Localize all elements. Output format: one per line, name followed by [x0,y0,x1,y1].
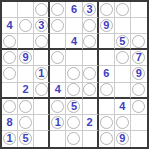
odd-cell-circle [83,35,96,48]
cell-r5c9[interactable]: 9 [131,66,147,82]
cell-r6c9[interactable] [131,83,147,99]
cell-r8c5[interactable] [66,115,82,131]
cell-r9c7[interactable] [99,131,115,147]
cell-r6c3[interactable] [34,83,50,99]
given-digit: 3 [38,20,44,31]
odd-cell-circle [51,3,64,16]
odd-cell-circle: 1 [51,116,64,129]
cell-r7c4[interactable] [50,99,66,115]
cell-r9c1[interactable]: 1 [2,131,18,147]
cell-r1c1[interactable] [2,2,18,18]
odd-cell-circle [35,35,48,48]
cell-r2c2[interactable] [18,18,34,34]
odd-cell-circle: 9 [100,19,113,32]
odd-cell-circle [67,132,80,145]
cell-r6c2[interactable]: 2 [18,83,34,99]
odd-cell-circle: 5 [19,132,32,145]
odd-cell-circle [100,3,113,16]
cell-r4c2[interactable]: 9 [18,50,34,66]
odd-cell-circle [35,83,48,96]
odd-cell-circle [100,132,113,145]
cell-r7c7[interactable] [99,99,115,115]
given-digit: 4 [119,101,125,112]
cell-r1c3[interactable] [34,2,50,18]
cell-r6c6[interactable] [83,83,99,99]
given-digit: 3 [87,4,93,15]
given-digit: 2 [23,84,29,95]
cell-r9c4[interactable] [50,131,66,147]
odd-cell-circle: 3 [83,3,96,16]
odd-cell-circle [83,19,96,32]
cell-r3c3[interactable] [34,34,50,50]
given-digit: 5 [71,101,77,112]
cell-r4c7[interactable] [99,50,115,66]
cell-r2c9[interactable] [131,18,147,34]
cell-r7c9[interactable] [131,99,147,115]
cell-r3c5[interactable]: 4 [66,34,82,50]
cell-r3c7[interactable] [99,34,115,50]
cell-r9c9[interactable] [131,131,147,147]
given-digit: 1 [55,117,61,128]
cell-r8c3[interactable] [34,115,50,131]
odd-cell-circle: 1 [35,67,48,80]
odd-cell-circle [116,116,129,129]
given-digit: 1 [38,68,44,79]
cell-r6c8[interactable] [115,83,131,99]
cell-r2c7[interactable]: 9 [99,18,115,34]
given-digit: 6 [103,68,109,79]
odd-cell-circle: 9 [19,51,32,64]
cell-r4c4[interactable] [50,50,66,66]
cell-r4c5[interactable] [66,50,82,66]
cell-r7c8[interactable]: 4 [115,99,131,115]
given-digit: 4 [55,84,61,95]
given-digit: 9 [136,68,142,79]
cell-r2c6[interactable] [83,18,99,34]
cell-r1c9[interactable] [131,2,147,18]
odd-cell-circle [3,100,16,113]
cell-r3c1[interactable] [2,34,18,50]
given-digit: 6 [71,4,77,15]
cell-r4c9[interactable]: 7 [131,50,147,66]
cell-r5c4[interactable] [50,66,66,82]
given-digit: 5 [119,36,125,47]
cell-r9c6[interactable] [83,131,99,147]
odd-cell-circle [3,35,16,48]
cell-r5c5[interactable] [66,66,82,82]
odd-cell-circle: 3 [35,19,48,32]
cell-r7c1[interactable] [2,99,18,115]
given-digit: 9 [119,133,125,144]
odd-cell-circle: 5 [67,100,80,113]
cell-r2c3[interactable]: 3 [34,18,50,34]
given-digit: 8 [6,117,12,128]
cell-r9c3[interactable] [34,131,50,147]
cell-r2c4[interactable] [50,18,66,34]
cell-r5c8[interactable] [115,66,131,82]
odd-cell-circle: 5 [116,35,129,48]
cell-r3c2[interactable] [18,34,34,50]
odd-cell-circle [3,51,16,64]
cell-r9c2[interactable]: 5 [18,131,34,147]
cell-r9c8[interactable]: 9 [115,131,131,147]
odd-cell-circle [116,3,129,16]
cell-r8c6[interactable]: 2 [83,115,99,131]
odd-cell-circle [100,83,113,96]
given-digit: 9 [103,20,109,31]
cell-r5c7[interactable]: 6 [99,66,115,82]
cell-r7c5[interactable]: 5 [66,99,82,115]
cell-r2c1[interactable]: 4 [2,18,18,34]
cell-r8c4[interactable]: 1 [50,115,66,131]
cell-r7c3[interactable] [34,99,50,115]
given-digit: 2 [87,117,93,128]
sudoku-board: 6343945971692454812159 [0,0,149,149]
cell-r3c6[interactable] [83,34,99,50]
cell-r7c6[interactable] [83,99,99,115]
cell-r6c5[interactable] [66,83,82,99]
odd-cell-circle [67,116,80,129]
cell-r3c9[interactable] [131,34,147,50]
cell-r7c2[interactable] [18,99,34,115]
given-digit: 5 [23,133,29,144]
odd-cell-circle [83,83,96,96]
cell-r1c2[interactable] [18,2,34,18]
given-digit: 9 [23,52,29,63]
given-digit: 1 [6,133,12,144]
odd-cell-circle [116,51,129,64]
cell-r4c3[interactable] [34,50,50,66]
cell-r4c6[interactable] [83,50,99,66]
odd-cell-circle [83,67,96,80]
cell-r1c5[interactable]: 6 [66,2,82,18]
cell-r3c4[interactable] [50,34,66,50]
odd-cell-circle: 7 [132,51,145,64]
cell-r5c3[interactable]: 1 [34,66,50,82]
odd-cell-circle [35,3,48,16]
cell-r2c8[interactable] [115,18,131,34]
cell-r8c8[interactable] [115,115,131,131]
cell-r6c1[interactable] [2,83,18,99]
given-digit: 4 [6,20,12,31]
odd-cell-circle [51,51,64,64]
given-digit: 4 [71,36,77,47]
odd-cell-circle [132,83,145,96]
odd-cell-circle [3,67,16,80]
cell-r8c7[interactable] [99,115,115,131]
cell-r2c5[interactable] [66,18,82,34]
cell-r4c1[interactable] [2,50,18,66]
cell-r4c8[interactable] [115,50,131,66]
cell-r1c8[interactable] [115,2,131,18]
odd-cell-circle [132,100,145,113]
odd-cell-circle [51,19,64,32]
odd-cell-circle [51,100,64,113]
cell-r1c4[interactable] [50,2,66,18]
cell-r3c8[interactable]: 5 [115,34,131,50]
odd-cell-circle [67,67,80,80]
odd-cell-circle [67,83,80,96]
odd-cell-circle: 9 [132,67,145,80]
cell-r8c2[interactable] [18,115,34,131]
odd-cell-circle: 1 [3,132,16,145]
cell-r9c5[interactable] [66,131,82,147]
cell-r1c7[interactable] [99,2,115,18]
given-digit: 7 [136,52,142,63]
cell-r1c6[interactable]: 3 [83,2,99,18]
odd-cell-circle [19,116,32,129]
odd-cell-circle: 9 [116,132,129,145]
odd-cell-circle [19,19,32,32]
cell-r8c1[interactable]: 8 [2,115,18,131]
cell-r5c2[interactable] [18,66,34,82]
odd-cell-circle [132,35,145,48]
cell-r6c4[interactable]: 4 [50,83,66,99]
cell-r6c7[interactable] [99,83,115,99]
cell-r8c9[interactable] [131,115,147,131]
cell-r5c1[interactable] [2,66,18,82]
odd-cell-circle [100,116,113,129]
odd-cell-circle [19,100,32,113]
cell-r5c6[interactable] [83,66,99,82]
